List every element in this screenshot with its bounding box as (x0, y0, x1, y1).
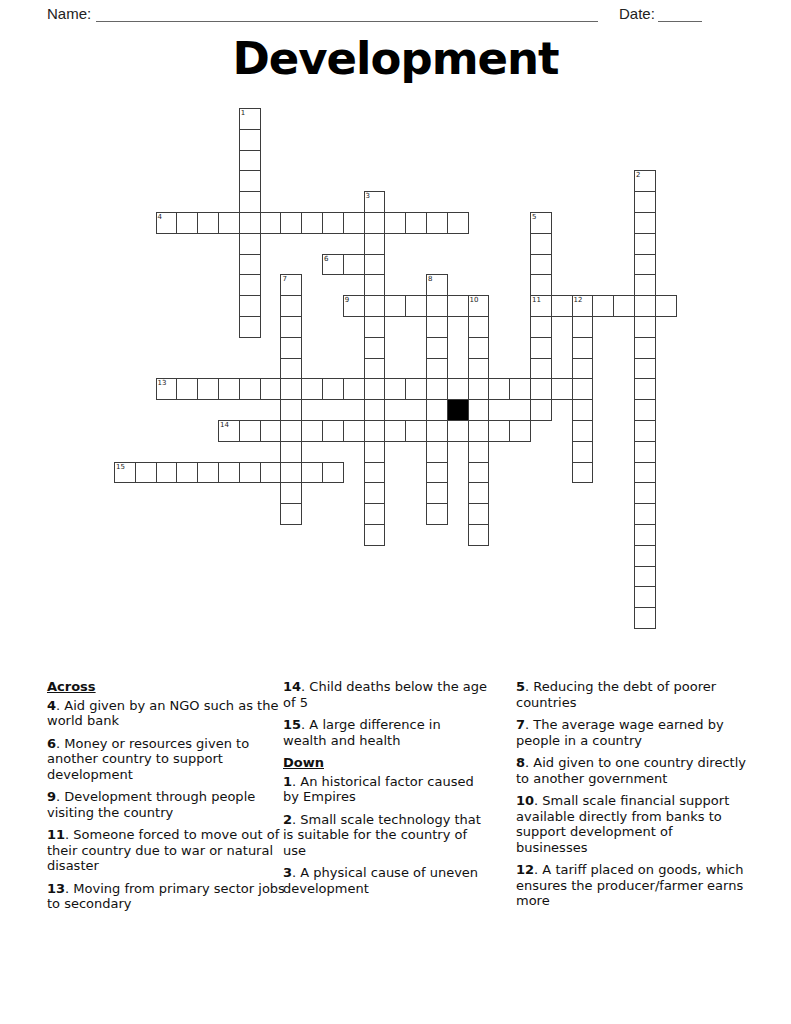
grid-cell[interactable] (468, 441, 490, 463)
grid-cell[interactable] (405, 212, 427, 234)
grid-cell[interactable] (364, 399, 386, 421)
date-label: Date: (619, 5, 655, 22)
clue-num-label: 2 (283, 812, 292, 827)
grid-cell[interactable] (655, 295, 677, 317)
clue-number: 3 (366, 192, 370, 200)
grid-cell[interactable] (260, 212, 282, 234)
grid-cell[interactable] (426, 212, 448, 234)
date-blank-line (658, 21, 702, 22)
grid-cell[interactable] (280, 378, 302, 400)
grid-cell[interactable] (530, 254, 552, 276)
grid-cell[interactable] (634, 399, 656, 421)
grid-cell[interactable] (364, 295, 386, 317)
clue-across-15: 15. A large difference in wealth and hea… (283, 717, 488, 748)
clue-num-label: 12 (516, 862, 534, 877)
grid-cell[interactable] (364, 503, 386, 525)
grid-cell[interactable] (530, 358, 552, 380)
clue-number: 4 (158, 213, 162, 221)
grid-cell[interactable] (364, 316, 386, 338)
grid-cell[interactable] (530, 316, 552, 338)
grid-cell[interactable] (280, 295, 302, 317)
grid-cell[interactable] (384, 420, 406, 442)
grid-cell[interactable] (135, 462, 157, 484)
grid-cell[interactable] (364, 337, 386, 359)
grid-cell[interactable] (634, 316, 656, 338)
grid-cell[interactable] (343, 420, 365, 442)
grid-cell[interactable] (634, 254, 656, 276)
name-label: Name: (47, 5, 91, 22)
grid-cell[interactable] (364, 358, 386, 380)
grid-cell[interactable] (239, 170, 261, 192)
grid-cell[interactable] (343, 378, 365, 400)
grid-cell[interactable] (239, 295, 261, 317)
clue-number: 15 (116, 463, 125, 471)
grid-cell[interactable] (592, 295, 614, 317)
grid-cell[interactable] (426, 462, 448, 484)
clue-num-label: 6 (47, 736, 56, 751)
grid-cell[interactable] (468, 482, 490, 504)
grid-cell[interactable] (488, 420, 510, 442)
clue-number: 10 (470, 296, 479, 304)
grid-cell[interactable] (280, 462, 302, 484)
grid-cell[interactable] (322, 212, 344, 234)
grid-cell[interactable] (634, 420, 656, 442)
grid-cell[interactable] (634, 212, 656, 234)
clue-number: 11 (532, 296, 541, 304)
puzzle-title: Development (0, 32, 791, 85)
clue-number: 12 (574, 296, 583, 304)
clue-num-label: 9 (47, 789, 56, 804)
grid-cell[interactable] (239, 420, 261, 442)
grid-cell[interactable] (176, 462, 198, 484)
grid-cell[interactable] (280, 337, 302, 359)
grid-cell[interactable] (468, 420, 490, 442)
grid-cell[interactable] (572, 399, 594, 421)
grid-cell[interactable] (468, 316, 490, 338)
clue-num-label: 4 (47, 698, 56, 713)
grid-cell[interactable] (364, 274, 386, 296)
grid-cell[interactable] (468, 399, 490, 421)
grid-cell[interactable] (426, 295, 448, 317)
grid-cell[interactable] (322, 420, 344, 442)
grid-cell[interactable] (364, 233, 386, 255)
grid-cell[interactable] (634, 358, 656, 380)
grid-cell[interactable] (468, 462, 490, 484)
grid-cell[interactable] (530, 274, 552, 296)
grid-cell[interactable] (239, 316, 261, 338)
grid-cell[interactable] (634, 524, 656, 546)
grid-cell[interactable] (468, 503, 490, 525)
grid-cell[interactable] (197, 378, 219, 400)
grid-cell[interactable] (634, 274, 656, 296)
grid-cell[interactable] (634, 607, 656, 629)
clue-num-label: 14 (283, 679, 301, 694)
grid-cell[interactable] (364, 462, 386, 484)
grid-cell[interactable] (343, 254, 365, 276)
grid-cell[interactable] (301, 420, 323, 442)
clue-across-4: 4. Aid given by an NGO such as the world… (47, 698, 285, 729)
grid-cell[interactable] (218, 378, 240, 400)
grid-cell[interactable] (426, 378, 448, 400)
grid-cell[interactable] (239, 212, 261, 234)
grid-cell[interactable] (218, 462, 240, 484)
clue-number: 2 (636, 171, 640, 179)
clue-down-7: 7. The average wage earned by people in … (516, 717, 748, 748)
grid-cell[interactable] (260, 420, 282, 442)
grid-cell[interactable] (364, 212, 386, 234)
grid-cell[interactable] (260, 378, 282, 400)
clue-num-label: 8 (516, 755, 525, 770)
grid-cell[interactable] (239, 233, 261, 255)
grid-cell[interactable] (551, 295, 573, 317)
clue-number: 14 (220, 421, 229, 429)
clue-heading-across: Across (47, 679, 285, 695)
grid-cell[interactable] (634, 191, 656, 213)
grid-cell[interactable] (322, 378, 344, 400)
grid-cell[interactable] (530, 233, 552, 255)
grid-cell[interactable] (572, 358, 594, 380)
grid-cell[interactable] (405, 420, 427, 442)
grid-cell[interactable] (426, 337, 448, 359)
grid-cell[interactable] (488, 378, 510, 400)
grid-cell[interactable] (426, 482, 448, 504)
grid-cell[interactable] (280, 482, 302, 504)
clue-num-label: 11 (47, 827, 65, 842)
grid-cell[interactable] (364, 441, 386, 463)
grid-cell[interactable] (426, 503, 448, 525)
grid-cell[interactable] (426, 399, 448, 421)
grid-cell[interactable] (176, 378, 198, 400)
clue-down-5: 5. Reducing the debt of poorer countries (516, 679, 748, 710)
grid-cell[interactable] (426, 441, 448, 463)
clue-across-14: 14. Child deaths below the age of 5 (283, 679, 488, 710)
grid-cell[interactable] (634, 378, 656, 400)
clue-down-12: 12. A tariff placed on goods, which ensu… (516, 862, 748, 909)
grid-cell[interactable] (260, 462, 282, 484)
grid-cell[interactable] (426, 358, 448, 380)
grid-cell[interactable] (572, 420, 594, 442)
clue-down-2: 2. Small scale technology that is suitab… (283, 812, 488, 859)
grid-cell[interactable] (239, 150, 261, 172)
grid-cell[interactable] (301, 212, 323, 234)
grid-cell[interactable] (447, 212, 469, 234)
clue-num-label: 15 (283, 717, 301, 732)
clue-num-label: 10 (516, 793, 534, 808)
grid-cell[interactable] (634, 482, 656, 504)
clue-across-11: 11. Someone forced to move out of their … (47, 827, 285, 874)
grid-cell[interactable] (239, 129, 261, 151)
grid-cell[interactable] (634, 441, 656, 463)
clue-heading-down: Down (283, 755, 488, 771)
grid-cell[interactable] (239, 191, 261, 213)
grid-cell[interactable] (364, 524, 386, 546)
worksheet-page: Name: Date: Development 1234567891011121… (0, 0, 791, 1024)
grid-cell[interactable] (447, 378, 469, 400)
grid-cell[interactable] (364, 482, 386, 504)
clue-number: 5 (532, 213, 536, 221)
grid-cell[interactable] (280, 212, 302, 234)
grid-cell[interactable] (239, 274, 261, 296)
grid-cell[interactable] (551, 378, 573, 400)
grid-cell[interactable] (572, 337, 594, 359)
clue-down-3: 3. A physical cause of uneven developmen… (283, 865, 488, 896)
clue-down-10: 10. Small scale financial support availa… (516, 793, 748, 855)
worksheet-header: Name: Date: (47, 5, 747, 25)
grid-cell[interactable] (343, 212, 365, 234)
grid-cell[interactable] (364, 378, 386, 400)
grid-cell[interactable] (280, 399, 302, 421)
clue-across-13: 13. Moving from primary sector jobs to s… (47, 881, 285, 912)
grid-cell[interactable] (634, 233, 656, 255)
grid-cell[interactable] (468, 337, 490, 359)
clue-column-right: 5. Reducing the debt of poorer countries… (516, 679, 748, 916)
grid-cell[interactable] (301, 462, 323, 484)
grid-cell[interactable] (322, 462, 344, 484)
grid-cell[interactable] (634, 566, 656, 588)
grid-cell[interactable] (239, 378, 261, 400)
grid-cell[interactable] (218, 212, 240, 234)
clue-down-1: 1. An historical factor caused by Empire… (283, 774, 488, 805)
grid-cell[interactable] (468, 378, 490, 400)
grid-cell[interactable] (634, 295, 656, 317)
grid-cell[interactable] (634, 337, 656, 359)
grid-cell[interactable] (572, 462, 594, 484)
grid-cell[interactable] (384, 212, 406, 234)
grid-cell[interactable] (634, 503, 656, 525)
black-cell (447, 399, 469, 421)
grid-cell[interactable] (364, 420, 386, 442)
grid-cell[interactable] (280, 503, 302, 525)
grid-cell[interactable] (530, 399, 552, 421)
grid-cell[interactable] (468, 524, 490, 546)
grid-cell[interactable] (613, 295, 635, 317)
clue-num-label: 13 (47, 881, 65, 896)
grid-cell[interactable] (572, 378, 594, 400)
name-blank-line (96, 21, 598, 22)
clue-num-label: 5 (516, 679, 525, 694)
grid-cell[interactable] (364, 254, 386, 276)
grid-cell[interactable] (176, 212, 198, 234)
grid-cell[interactable] (301, 378, 323, 400)
grid-cell[interactable] (447, 420, 469, 442)
grid-cell[interactable] (384, 295, 406, 317)
grid-cell[interactable] (280, 316, 302, 338)
clue-number: 8 (428, 275, 432, 283)
grid-cell[interactable] (280, 420, 302, 442)
crossword-board: 123456789101112131415 (114, 108, 676, 629)
grid-cell[interactable] (426, 316, 448, 338)
clue-number: 7 (282, 275, 286, 283)
clue-column-left: Across4. Aid given by an NGO such as the… (47, 679, 285, 919)
grid-cell[interactable] (509, 378, 531, 400)
clue-across-6: 6. Money or resources given to another c… (47, 736, 285, 783)
grid-cell[interactable] (572, 441, 594, 463)
grid-cell[interactable] (280, 358, 302, 380)
grid-cell[interactable] (384, 378, 406, 400)
clue-number: 1 (241, 109, 245, 117)
grid-cell[interactable] (572, 316, 594, 338)
grid-cell[interactable] (530, 378, 552, 400)
grid-cell[interactable] (426, 420, 448, 442)
clue-down-8: 8. Aid given to one country directly to … (516, 755, 748, 786)
clue-num-label: 7 (516, 717, 525, 732)
grid-cell[interactable] (634, 586, 656, 608)
grid-cell[interactable] (156, 462, 178, 484)
grid-cell[interactable] (468, 358, 490, 380)
grid-cell[interactable] (447, 295, 469, 317)
grid-cell[interactable] (280, 441, 302, 463)
clue-number: 6 (324, 255, 328, 263)
clue-column-middle: 14. Child deaths below the age of 515. A… (283, 679, 488, 903)
grid-cell[interactable] (239, 462, 261, 484)
grid-cell[interactable] (197, 212, 219, 234)
grid-cell[interactable] (530, 337, 552, 359)
clue-number: 13 (158, 379, 167, 387)
clue-num-label: 3 (283, 865, 292, 880)
clue-number: 9 (345, 296, 349, 304)
grid-cell[interactable] (239, 254, 261, 276)
grid-cell[interactable] (509, 420, 531, 442)
grid-cell[interactable] (197, 462, 219, 484)
grid-cell[interactable] (405, 378, 427, 400)
grid-cell[interactable] (634, 462, 656, 484)
clue-across-9: 9. Development through people visiting t… (47, 789, 285, 820)
clue-num-label: 1 (283, 774, 292, 789)
grid-cell[interactable] (405, 295, 427, 317)
grid-cell[interactable] (634, 545, 656, 567)
